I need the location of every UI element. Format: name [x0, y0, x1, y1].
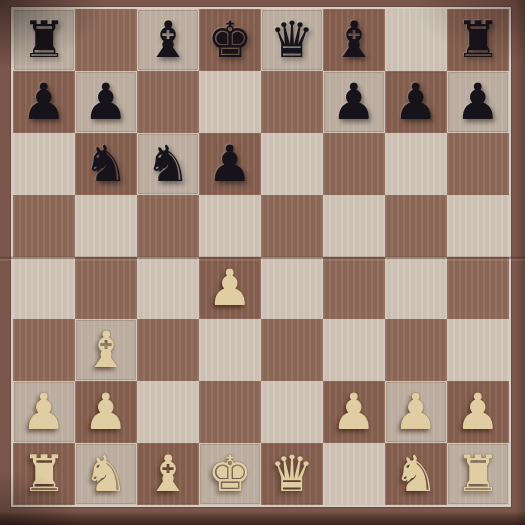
square-e3[interactable] [261, 319, 323, 381]
square-a1[interactable]: ♜ [13, 443, 75, 505]
square-g6[interactable] [385, 133, 447, 195]
square-b7[interactable]: ♟ [75, 71, 137, 133]
square-c8[interactable]: ♝ [137, 9, 199, 71]
square-g1[interactable]: ♞ [385, 443, 447, 505]
square-e4[interactable] [261, 257, 323, 319]
white-rook[interactable]: ♜ [13, 443, 75, 505]
square-b2[interactable]: ♟ [75, 381, 137, 443]
square-c2[interactable] [137, 381, 199, 443]
square-e5[interactable] [261, 195, 323, 257]
white-knight[interactable]: ♞ [75, 443, 137, 505]
square-d3[interactable] [199, 319, 261, 381]
square-d5[interactable] [199, 195, 261, 257]
square-c4[interactable] [137, 257, 199, 319]
black-pawn[interactable]: ♟ [13, 71, 75, 133]
square-b6[interactable]: ♞ [75, 133, 137, 195]
square-c5[interactable] [137, 195, 199, 257]
white-pawn[interactable]: ♟ [385, 381, 447, 443]
square-h8[interactable]: ♜ [447, 9, 509, 71]
square-c7[interactable] [137, 71, 199, 133]
white-pawn[interactable]: ♟ [75, 381, 137, 443]
square-g4[interactable] [385, 257, 447, 319]
square-b1[interactable]: ♞ [75, 443, 137, 505]
chess-board[interactable]: ♜♝♚♛♝♜♟♟♟♟♟♞♞♟♟♝♟♟♟♟♟♜♞♝♚♛♞♜ [13, 9, 509, 505]
square-a6[interactable] [13, 133, 75, 195]
square-f1[interactable] [323, 443, 385, 505]
black-bishop[interactable]: ♝ [323, 9, 385, 71]
black-queen[interactable]: ♛ [261, 9, 323, 71]
square-a2[interactable]: ♟ [13, 381, 75, 443]
black-rook[interactable]: ♜ [13, 9, 75, 71]
square-f3[interactable] [323, 319, 385, 381]
white-knight[interactable]: ♞ [385, 443, 447, 505]
square-d1[interactable]: ♚ [199, 443, 261, 505]
black-pawn[interactable]: ♟ [447, 71, 509, 133]
black-bishop[interactable]: ♝ [137, 9, 199, 71]
square-e8[interactable]: ♛ [261, 9, 323, 71]
square-b8[interactable] [75, 9, 137, 71]
square-a5[interactable] [13, 195, 75, 257]
square-f7[interactable]: ♟ [323, 71, 385, 133]
white-king[interactable]: ♚ [199, 443, 261, 505]
square-e2[interactable] [261, 381, 323, 443]
white-pawn[interactable]: ♟ [447, 381, 509, 443]
square-g2[interactable]: ♟ [385, 381, 447, 443]
white-bishop[interactable]: ♝ [137, 443, 199, 505]
square-h5[interactable] [447, 195, 509, 257]
square-a7[interactable]: ♟ [13, 71, 75, 133]
square-a8[interactable]: ♜ [13, 9, 75, 71]
square-h4[interactable] [447, 257, 509, 319]
square-g8[interactable] [385, 9, 447, 71]
white-queen[interactable]: ♛ [261, 443, 323, 505]
square-d2[interactable] [199, 381, 261, 443]
square-e7[interactable] [261, 71, 323, 133]
square-a4[interactable] [13, 257, 75, 319]
square-b3[interactable]: ♝ [75, 319, 137, 381]
square-c6[interactable]: ♞ [137, 133, 199, 195]
square-h3[interactable] [447, 319, 509, 381]
black-knight[interactable]: ♞ [75, 133, 137, 195]
square-d8[interactable]: ♚ [199, 9, 261, 71]
square-d6[interactable]: ♟ [199, 133, 261, 195]
black-knight[interactable]: ♞ [137, 133, 199, 195]
black-king[interactable]: ♚ [199, 9, 261, 71]
white-bishop[interactable]: ♝ [75, 319, 137, 381]
chess-board-photo: ♜♝♚♛♝♜♟♟♟♟♟♞♞♟♟♝♟♟♟♟♟♜♞♝♚♛♞♜ [0, 0, 525, 525]
square-f6[interactable] [323, 133, 385, 195]
square-g3[interactable] [385, 319, 447, 381]
square-h1[interactable]: ♜ [447, 443, 509, 505]
black-pawn[interactable]: ♟ [75, 71, 137, 133]
black-rook[interactable]: ♜ [447, 9, 509, 71]
square-f2[interactable]: ♟ [323, 381, 385, 443]
square-c3[interactable] [137, 319, 199, 381]
square-f4[interactable] [323, 257, 385, 319]
square-d7[interactable] [199, 71, 261, 133]
square-b5[interactable] [75, 195, 137, 257]
white-pawn[interactable]: ♟ [199, 257, 261, 319]
square-g7[interactable]: ♟ [385, 71, 447, 133]
square-f5[interactable] [323, 195, 385, 257]
square-a3[interactable] [13, 319, 75, 381]
square-e6[interactable] [261, 133, 323, 195]
square-d4[interactable]: ♟ [199, 257, 261, 319]
square-f8[interactable]: ♝ [323, 9, 385, 71]
white-pawn[interactable]: ♟ [13, 381, 75, 443]
square-h6[interactable] [447, 133, 509, 195]
white-rook[interactable]: ♜ [447, 443, 509, 505]
square-g5[interactable] [385, 195, 447, 257]
square-b4[interactable] [75, 257, 137, 319]
black-pawn[interactable]: ♟ [323, 71, 385, 133]
square-e1[interactable]: ♛ [261, 443, 323, 505]
black-pawn[interactable]: ♟ [199, 133, 261, 195]
white-pawn[interactable]: ♟ [323, 381, 385, 443]
black-pawn[interactable]: ♟ [385, 71, 447, 133]
square-h2[interactable]: ♟ [447, 381, 509, 443]
square-h7[interactable]: ♟ [447, 71, 509, 133]
board-boundary: ♜♝♚♛♝♜♟♟♟♟♟♞♞♟♟♝♟♟♟♟♟♜♞♝♚♛♞♜ [11, 7, 511, 507]
square-c1[interactable]: ♝ [137, 443, 199, 505]
